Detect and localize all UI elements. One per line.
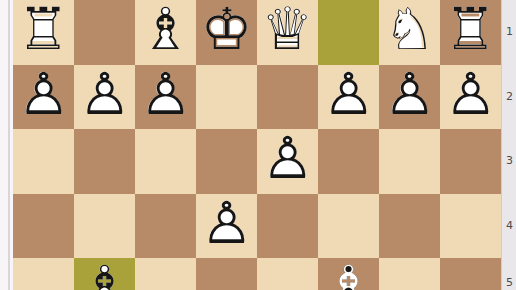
square-b2[interactable]: ♟♙	[379, 65, 440, 130]
square-c4[interactable]	[318, 194, 379, 259]
square-b3[interactable]	[379, 129, 440, 194]
chess-board: ♜♖♝♗♚♔♛♕♞♘♜♖♟♙♟♙♟♙♟♙♟♙♟♙♟♙♟♙♝♗♝♗	[13, 0, 501, 290]
white-pawn[interactable]: ♟♙	[135, 65, 196, 130]
square-h4[interactable]	[13, 194, 74, 259]
rank-label-5: 5	[502, 276, 516, 289]
square-h5[interactable]	[13, 258, 74, 290]
square-c3[interactable]	[318, 129, 379, 194]
square-h3[interactable]	[13, 129, 74, 194]
rank-label-4: 4	[502, 219, 516, 232]
square-b1[interactable]: ♞♘	[379, 0, 440, 65]
square-b4[interactable]	[379, 194, 440, 259]
square-c2[interactable]: ♟♙	[318, 65, 379, 130]
page-gutter	[0, 0, 13, 290]
white-pawn[interactable]: ♟♙	[13, 65, 74, 130]
square-f2[interactable]: ♟♙	[135, 65, 196, 130]
square-d3[interactable]: ♟♙	[257, 129, 318, 194]
rank-label-1: 1	[502, 25, 516, 38]
white-king[interactable]: ♚♔	[196, 0, 257, 65]
white-pawn[interactable]: ♟♙	[440, 65, 501, 130]
white-rook[interactable]: ♜♖	[440, 0, 501, 65]
square-g3[interactable]	[74, 129, 135, 194]
rank-label-2: 2	[502, 90, 516, 103]
square-g2[interactable]: ♟♙	[74, 65, 135, 130]
rank-coordinates-strip: 12345	[501, 0, 516, 290]
square-f1[interactable]: ♝♗	[135, 0, 196, 65]
square-a4[interactable]	[440, 194, 501, 259]
square-g5[interactable]: ♝♗	[74, 258, 135, 290]
square-d4[interactable]	[257, 194, 318, 259]
chess-app-page: ♜♖♝♗♚♔♛♕♞♘♜♖♟♙♟♙♟♙♟♙♟♙♟♙♟♙♟♙♝♗♝♗ 12345	[0, 0, 516, 290]
square-c1[interactable]	[318, 0, 379, 65]
square-a5[interactable]	[440, 258, 501, 290]
white-pawn[interactable]: ♟♙	[74, 65, 135, 130]
white-queen[interactable]: ♛♕	[257, 0, 318, 65]
white-pawn[interactable]: ♟♙	[257, 129, 318, 194]
square-h2[interactable]: ♟♙	[13, 65, 74, 130]
white-pawn[interactable]: ♟♙	[379, 65, 440, 130]
square-f5[interactable]	[135, 258, 196, 290]
square-e2[interactable]	[196, 65, 257, 130]
square-c5[interactable]: ♝♗	[318, 258, 379, 290]
white-knight[interactable]: ♞♘	[379, 0, 440, 65]
white-pawn[interactable]: ♟♙	[196, 194, 257, 259]
square-d5[interactable]	[257, 258, 318, 290]
square-e5[interactable]	[196, 258, 257, 290]
square-e1[interactable]: ♚♔	[196, 0, 257, 65]
square-e4[interactable]: ♟♙	[196, 194, 257, 259]
white-pawn[interactable]: ♟♙	[318, 65, 379, 130]
square-d1[interactable]: ♛♕	[257, 0, 318, 65]
square-d2[interactable]	[257, 65, 318, 130]
white-bishop[interactable]: ♝♗	[74, 258, 135, 290]
square-f4[interactable]	[135, 194, 196, 259]
gutter-divider	[8, 0, 10, 290]
square-a2[interactable]: ♟♙	[440, 65, 501, 130]
square-g4[interactable]	[74, 194, 135, 259]
square-b5[interactable]	[379, 258, 440, 290]
square-f3[interactable]	[135, 129, 196, 194]
black-bishop[interactable]: ♝♗	[318, 258, 379, 290]
square-g1[interactable]	[74, 0, 135, 65]
square-a1[interactable]: ♜♖	[440, 0, 501, 65]
square-a3[interactable]	[440, 129, 501, 194]
square-e3[interactable]	[196, 129, 257, 194]
rank-label-3: 3	[502, 154, 516, 167]
square-h1[interactable]: ♜♖	[13, 0, 74, 65]
chess-board-viewport: ♜♖♝♗♚♔♛♕♞♘♜♖♟♙♟♙♟♙♟♙♟♙♟♙♟♙♟♙♝♗♝♗	[13, 0, 501, 290]
white-bishop[interactable]: ♝♗	[135, 0, 196, 65]
white-rook[interactable]: ♜♖	[13, 0, 74, 65]
